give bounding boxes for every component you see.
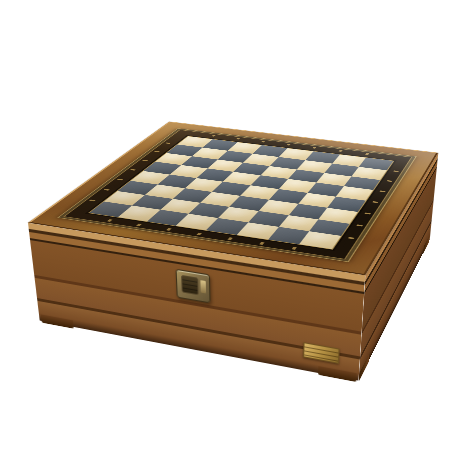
box-foot <box>423 234 430 254</box>
latch-clasp <box>175 269 210 304</box>
box-foot <box>318 366 357 382</box>
box-foot <box>41 314 74 328</box>
product-photo-stage <box>0 0 474 474</box>
chessboard <box>88 136 394 250</box>
box-foot <box>359 353 369 381</box>
scene-3d <box>0 0 474 474</box>
brass-plaque <box>303 342 340 364</box>
latch-recess <box>181 275 199 295</box>
latch-knob <box>200 280 206 293</box>
